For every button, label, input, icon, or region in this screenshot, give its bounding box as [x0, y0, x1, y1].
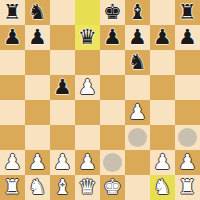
square-b6[interactable] — [25, 50, 50, 75]
square-f7[interactable]: ♟ — [125, 25, 150, 50]
square-f2[interactable] — [125, 150, 150, 175]
square-f5[interactable] — [125, 75, 150, 100]
black-knight-piece[interactable]: ♞ — [25, 0, 50, 25]
square-h5[interactable] — [175, 75, 200, 100]
square-e8[interactable]: ♚ — [100, 0, 125, 25]
square-f6[interactable]: ♞ — [125, 50, 150, 75]
square-d7[interactable]: ♛ — [75, 25, 100, 50]
square-a5[interactable] — [0, 75, 25, 100]
white-pawn-piece[interactable]: ♟ — [50, 150, 75, 175]
square-a1[interactable]: ♜ — [0, 175, 25, 200]
square-e5[interactable] — [100, 75, 125, 100]
square-e7[interactable]: ♟ — [100, 25, 125, 50]
square-a2[interactable]: ♟ — [0, 150, 25, 175]
white-knight-piece[interactable]: ♞ — [150, 175, 175, 200]
square-f8[interactable]: ♝ — [125, 0, 150, 25]
square-h6[interactable] — [175, 50, 200, 75]
square-h8[interactable]: ♜ — [175, 0, 200, 25]
move-hint-dot-h3[interactable] — [178, 128, 197, 147]
square-e3[interactable] — [100, 125, 125, 150]
black-pawn-piece[interactable]: ♟ — [150, 25, 175, 50]
square-c4[interactable] — [50, 100, 75, 125]
square-h2[interactable]: ♟ — [175, 150, 200, 175]
square-c1[interactable]: ♝ — [50, 175, 75, 200]
square-f1[interactable] — [125, 175, 150, 200]
square-d6[interactable] — [75, 50, 100, 75]
square-d5[interactable]: ♟ — [75, 75, 100, 100]
square-a6[interactable] — [0, 50, 25, 75]
black-king-piece[interactable]: ♚ — [100, 0, 125, 25]
square-b7[interactable]: ♟ — [25, 25, 50, 50]
square-b5[interactable] — [25, 75, 50, 100]
square-c3[interactable] — [50, 125, 75, 150]
black-pawn-piece[interactable]: ♟ — [25, 25, 50, 50]
white-pawn-piece[interactable]: ♟ — [175, 150, 200, 175]
square-e2[interactable] — [100, 150, 125, 175]
square-b3[interactable] — [25, 125, 50, 150]
square-f4[interactable]: ♟ — [125, 100, 150, 125]
black-queen-piece[interactable]: ♛ — [75, 25, 100, 50]
white-rook-piece[interactable]: ♜ — [175, 175, 200, 200]
white-pawn-piece[interactable]: ♟ — [0, 150, 25, 175]
white-pawn-piece[interactable]: ♟ — [25, 150, 50, 175]
square-c7[interactable] — [50, 25, 75, 50]
black-rook-piece[interactable]: ♜ — [0, 0, 25, 25]
square-h3[interactable] — [175, 125, 200, 150]
square-h7[interactable]: ♟ — [175, 25, 200, 50]
white-pawn-piece[interactable]: ♟ — [75, 150, 100, 175]
square-g8[interactable] — [150, 0, 175, 25]
white-pawn-piece[interactable]: ♟ — [125, 100, 150, 125]
square-e4[interactable] — [100, 100, 125, 125]
white-queen-piece[interactable]: ♛ — [75, 175, 100, 200]
white-rook-piece[interactable]: ♜ — [0, 175, 25, 200]
move-hint-dot-f3[interactable] — [128, 128, 147, 147]
square-a4[interactable] — [0, 100, 25, 125]
square-d2[interactable]: ♟ — [75, 150, 100, 175]
square-a3[interactable] — [0, 125, 25, 150]
white-knight-piece[interactable]: ♞ — [25, 175, 50, 200]
square-h1[interactable]: ♜ — [175, 175, 200, 200]
square-b4[interactable] — [25, 100, 50, 125]
square-a7[interactable]: ♟ — [0, 25, 25, 50]
square-g2[interactable]: ♟ — [150, 150, 175, 175]
move-hint-dot-e2[interactable] — [103, 153, 122, 172]
square-d8[interactable] — [75, 0, 100, 25]
square-c6[interactable] — [50, 50, 75, 75]
chess-board: ♜♞♚♝♜♟♟♛♟♟♟♟♞♟♟♟♟♟♟♟♟♟♜♞♝♛♚♞♜ — [0, 0, 200, 200]
white-pawn-piece[interactable]: ♟ — [75, 75, 100, 100]
black-pawn-piece[interactable]: ♟ — [175, 25, 200, 50]
square-b2[interactable]: ♟ — [25, 150, 50, 175]
square-a8[interactable]: ♜ — [0, 0, 25, 25]
black-pawn-piece[interactable]: ♟ — [100, 25, 125, 50]
square-g1[interactable]: ♞ — [150, 175, 175, 200]
white-pawn-piece[interactable]: ♟ — [150, 150, 175, 175]
square-c8[interactable] — [50, 0, 75, 25]
white-bishop-piece[interactable]: ♝ — [50, 175, 75, 200]
square-g7[interactable]: ♟ — [150, 25, 175, 50]
square-b8[interactable]: ♞ — [25, 0, 50, 25]
black-pawn-piece[interactable]: ♟ — [125, 25, 150, 50]
black-pawn-piece[interactable]: ♟ — [50, 75, 75, 100]
square-h4[interactable] — [175, 100, 200, 125]
black-bishop-piece[interactable]: ♝ — [125, 0, 150, 25]
square-d3[interactable] — [75, 125, 100, 150]
square-e6[interactable] — [100, 50, 125, 75]
square-b1[interactable]: ♞ — [25, 175, 50, 200]
square-g4[interactable] — [150, 100, 175, 125]
square-g6[interactable] — [150, 50, 175, 75]
black-rook-piece[interactable]: ♜ — [175, 0, 200, 25]
square-e1[interactable]: ♚ — [100, 175, 125, 200]
square-c5[interactable]: ♟ — [50, 75, 75, 100]
square-f3[interactable] — [125, 125, 150, 150]
square-g3[interactable] — [150, 125, 175, 150]
square-d4[interactable] — [75, 100, 100, 125]
black-knight-piece[interactable]: ♞ — [125, 50, 150, 75]
square-d1[interactable]: ♛ — [75, 175, 100, 200]
square-g5[interactable] — [150, 75, 175, 100]
square-c2[interactable]: ♟ — [50, 150, 75, 175]
black-pawn-piece[interactable]: ♟ — [0, 25, 25, 50]
white-king-piece[interactable]: ♚ — [100, 175, 125, 200]
